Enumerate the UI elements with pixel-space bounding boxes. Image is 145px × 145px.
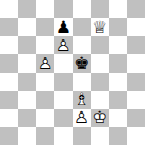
square-f4[interactable] xyxy=(91,73,109,91)
square-e1[interactable] xyxy=(73,127,91,145)
square-b3[interactable] xyxy=(18,91,36,109)
square-h6[interactable] xyxy=(127,36,145,54)
square-d3[interactable] xyxy=(54,91,72,109)
white-pawn-d6[interactable]: ♟♙ xyxy=(54,36,72,54)
square-a5[interactable] xyxy=(0,54,18,72)
square-g7[interactable] xyxy=(109,18,127,36)
square-c3[interactable] xyxy=(36,91,54,109)
square-b6[interactable] xyxy=(18,36,36,54)
square-a8[interactable] xyxy=(0,0,18,18)
square-f8[interactable] xyxy=(91,0,109,18)
square-h7[interactable] xyxy=(127,18,145,36)
square-f6[interactable] xyxy=(91,36,109,54)
square-a6[interactable] xyxy=(0,36,18,54)
pawn-icon: ♙ xyxy=(73,109,91,127)
square-g3[interactable] xyxy=(109,91,127,109)
square-b1[interactable] xyxy=(18,127,36,145)
white-king-f2[interactable]: ♚♔ xyxy=(91,109,109,127)
square-h5[interactable] xyxy=(127,54,145,72)
square-e7[interactable] xyxy=(73,18,91,36)
black-king-e5[interactable]: ♚ xyxy=(73,54,91,72)
square-a2[interactable] xyxy=(0,109,18,127)
bishop-icon: ♝ xyxy=(73,91,91,109)
square-a3[interactable] xyxy=(0,91,18,109)
square-a1[interactable] xyxy=(0,127,18,145)
chess-board: ♟♛♕♟♙♟♙♚♝♗♟♙♚♔ xyxy=(0,0,145,145)
square-c1[interactable] xyxy=(36,127,54,145)
square-g6[interactable] xyxy=(109,36,127,54)
square-h3[interactable] xyxy=(127,91,145,109)
square-b4[interactable] xyxy=(18,73,36,91)
king-icon: ♚ xyxy=(91,109,109,127)
black-pawn-d7[interactable]: ♟ xyxy=(54,18,72,36)
white-bishop-e3[interactable]: ♝♗ xyxy=(73,91,91,109)
square-e6[interactable] xyxy=(73,36,91,54)
square-c6[interactable] xyxy=(36,36,54,54)
square-f1[interactable] xyxy=(91,127,109,145)
square-d8[interactable] xyxy=(54,0,72,18)
square-d5[interactable] xyxy=(54,54,72,72)
square-c2[interactable] xyxy=(36,109,54,127)
pawn-icon: ♟ xyxy=(54,18,72,36)
king-icon: ♚ xyxy=(73,54,91,72)
square-g1[interactable] xyxy=(109,127,127,145)
white-queen-f7[interactable]: ♛♕ xyxy=(91,18,109,36)
square-b7[interactable] xyxy=(18,18,36,36)
square-g2[interactable] xyxy=(109,109,127,127)
square-d1[interactable] xyxy=(54,127,72,145)
pawn-icon: ♟ xyxy=(36,54,54,72)
square-e3[interactable]: ♝♗ xyxy=(73,91,91,109)
square-b5[interactable] xyxy=(18,54,36,72)
pawn-icon: ♙ xyxy=(36,54,54,72)
square-g8[interactable] xyxy=(109,0,127,18)
square-b8[interactable] xyxy=(18,0,36,18)
square-e8[interactable] xyxy=(73,0,91,18)
square-d6[interactable]: ♟♙ xyxy=(54,36,72,54)
square-c8[interactable] xyxy=(36,0,54,18)
square-h4[interactable] xyxy=(127,73,145,91)
king-icon: ♔ xyxy=(91,109,109,127)
square-e4[interactable] xyxy=(73,73,91,91)
square-d4[interactable] xyxy=(54,73,72,91)
pawn-icon: ♙ xyxy=(54,36,72,54)
square-h2[interactable] xyxy=(127,109,145,127)
square-f5[interactable] xyxy=(91,54,109,72)
square-d7[interactable]: ♟ xyxy=(54,18,72,36)
white-pawn-c5[interactable]: ♟♙ xyxy=(36,54,54,72)
square-a4[interactable] xyxy=(0,73,18,91)
pawn-icon: ♟ xyxy=(54,36,72,54)
queen-icon: ♕ xyxy=(91,18,109,36)
square-g5[interactable] xyxy=(109,54,127,72)
queen-icon: ♛ xyxy=(91,18,109,36)
bishop-icon: ♗ xyxy=(73,91,91,109)
square-c4[interactable] xyxy=(36,73,54,91)
square-d2[interactable] xyxy=(54,109,72,127)
square-h1[interactable] xyxy=(127,127,145,145)
square-f7[interactable]: ♛♕ xyxy=(91,18,109,36)
square-c5[interactable]: ♟♙ xyxy=(36,54,54,72)
pawn-icon: ♟ xyxy=(73,109,91,127)
square-g4[interactable] xyxy=(109,73,127,91)
square-a7[interactable] xyxy=(0,18,18,36)
square-h8[interactable] xyxy=(127,0,145,18)
white-pawn-e2[interactable]: ♟♙ xyxy=(73,109,91,127)
square-f2[interactable]: ♚♔ xyxy=(91,109,109,127)
square-f3[interactable] xyxy=(91,91,109,109)
square-c7[interactable] xyxy=(36,18,54,36)
square-e5[interactable]: ♚ xyxy=(73,54,91,72)
square-b2[interactable] xyxy=(18,109,36,127)
square-e2[interactable]: ♟♙ xyxy=(73,109,91,127)
chess-board-diagram: ♟♛♕♟♙♟♙♚♝♗♟♙♚♔ xyxy=(0,0,145,145)
